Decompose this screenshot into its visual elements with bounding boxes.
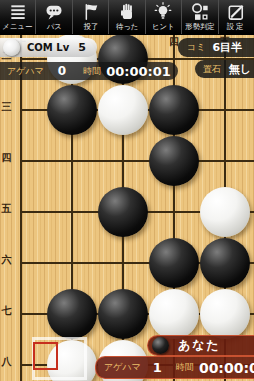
resign-button[interactable]: 投了 [73,0,109,34]
row-label: 七 [0,305,13,316]
lightbulb-icon [153,2,173,22]
black-stone [98,289,148,339]
black-stone [149,85,199,135]
your-player-bubble: あなた [147,335,254,356]
menu-label: メニュー [3,22,33,31]
com-label: COM Lv [27,42,69,53]
com-level-value: 5 [78,41,86,54]
flag-icon [81,2,101,22]
territory-estimate-icon [190,2,210,22]
black-stone [149,136,199,186]
komi-bubble: コミ 6目半 [178,38,254,57]
row-label: 三 [0,101,13,112]
black-stone [98,187,148,237]
judge-label: 形勢判定 [185,22,214,31]
settings-label: 設定 [227,22,245,31]
white-stone [200,187,250,237]
captures-label: アゲハマ [7,65,44,78]
undo-button[interactable]: 待った [109,0,145,34]
white-stone-icon [3,39,20,56]
judge-button[interactable]: 形勢判定 [182,0,218,34]
row-label: 八 [0,356,13,367]
pass-label: パス [47,22,62,31]
toolbar: メニュー パス 投了 待った ヒント [0,0,254,35]
your-capture-time-bar: アゲハマ 1 時間 00:00:09 [95,356,254,379]
com-capture-time-bar: アゲハマ 0 時間 00:00:01 [0,62,178,80]
row-label: 四 [0,152,13,163]
komi-value: 6目半 [212,40,242,55]
speech-bubble-icon [44,2,64,22]
row-label: 五 [0,203,13,214]
menu-icon [8,2,28,22]
captures-value: 0 [58,64,66,78]
black-stone [149,238,199,288]
handicap-label: 置石 [203,63,221,76]
white-stone [200,289,250,339]
com-player-bubble: COM Lv 5 [0,38,97,57]
pass-button[interactable]: パス [36,0,72,34]
time-label: 時間 [83,65,101,78]
hint-button[interactable]: ヒント [146,0,182,34]
time-value: 00:00:01 [106,64,171,79]
handicap-bubble: 置石 無し [195,60,254,78]
black-stone [47,85,97,135]
settings-button[interactable]: 設定 [219,0,254,34]
go-app-screen: 一二三四五二三四五六七八 COM Lv 5 コミ 6目半 アゲハマ 0 時間 0… [0,0,254,381]
placement-cursor-red-square [33,342,58,370]
resign-label: 投了 [83,22,98,31]
captures-label: アゲハマ [104,361,141,374]
time-label: 時間 [176,361,194,374]
black-stone [200,238,250,288]
white-stone [149,289,199,339]
row-label: 六 [0,254,13,265]
white-stone [98,85,148,135]
menu-button[interactable]: メニュー [0,0,36,34]
player-label: あなた [178,337,221,354]
time-value: 00:00:09 [199,360,254,376]
captures-value: 1 [153,360,162,375]
black-stone [47,289,97,339]
black-stone-icon [152,337,169,354]
hand-icon [117,2,137,22]
go-board[interactable]: 一二三四五二三四五六七八 [0,0,254,381]
settings-pencil-icon [226,2,246,22]
komi-label: コミ [187,41,205,54]
handicap-value: 無し [229,62,251,77]
undo-label: 待った [116,22,138,31]
hint-label: ヒント [152,22,175,31]
grid-line-horizontal [20,160,254,162]
